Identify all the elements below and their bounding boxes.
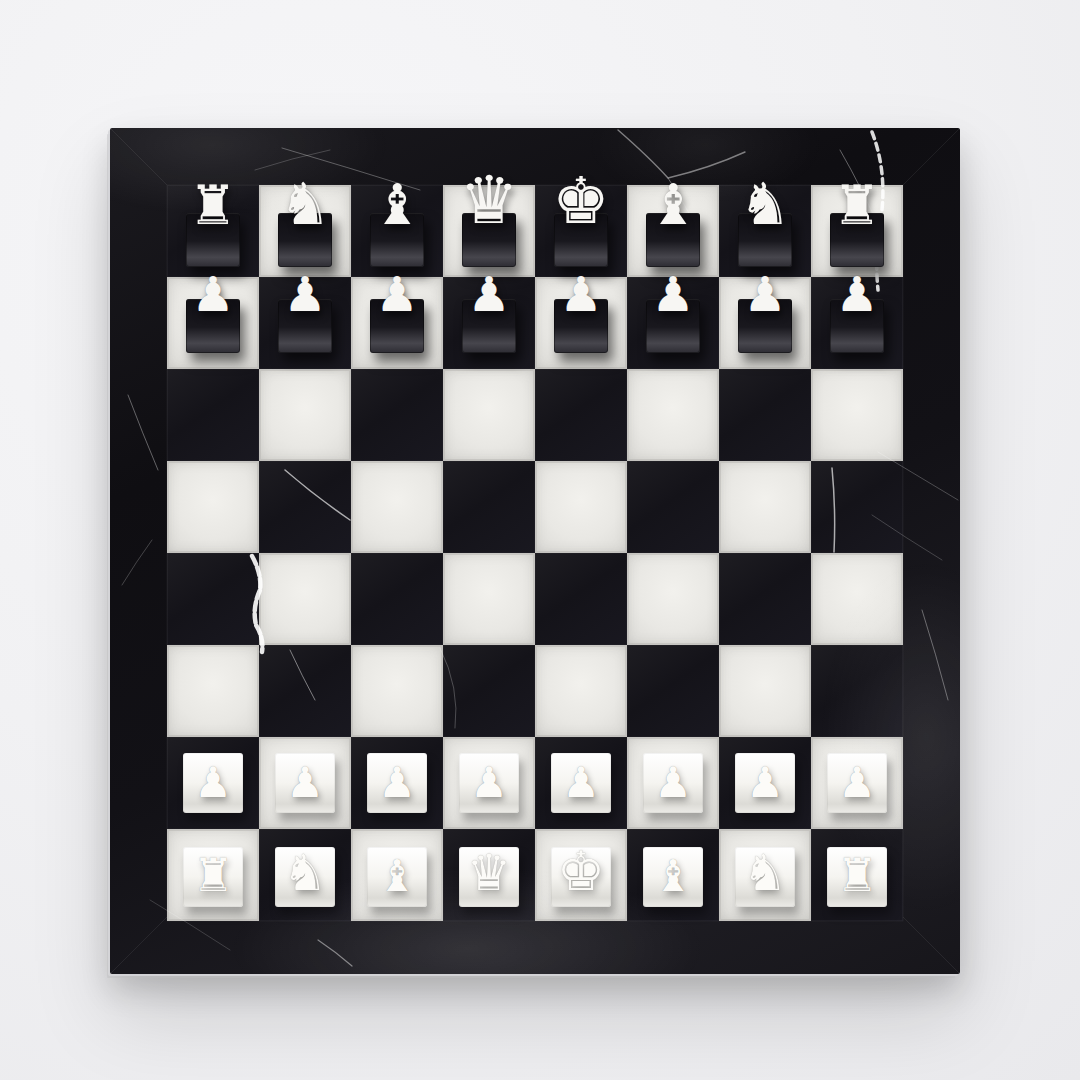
white-cube-base xyxy=(183,847,243,907)
black-cube-base xyxy=(830,213,884,267)
black-cube-base xyxy=(646,299,700,353)
piece-white-rook-a1[interactable]: ♜ xyxy=(167,829,259,921)
piece-black-bishop-c8[interactable]: ♝ xyxy=(351,185,443,277)
piece-black-pawn-b7[interactable]: ♟ xyxy=(259,277,351,369)
white-cube-base xyxy=(735,847,795,907)
white-cube-base xyxy=(643,847,703,907)
white-cube-base xyxy=(275,753,335,813)
black-cube-base xyxy=(738,213,792,267)
white-cube-base xyxy=(459,847,519,907)
piece-black-pawn-a7[interactable]: ♟ xyxy=(167,277,259,369)
white-cube-base xyxy=(827,847,887,907)
white-cube-base xyxy=(459,753,519,813)
black-cube-base xyxy=(738,299,792,353)
piece-white-queen-d1[interactable]: ♛ xyxy=(443,829,535,921)
piece-black-pawn-h7[interactable]: ♟ xyxy=(811,277,903,369)
piece-white-pawn-g2[interactable]: ♟ xyxy=(719,737,811,829)
white-cube-base xyxy=(275,847,335,907)
white-cube-base xyxy=(551,753,611,813)
piece-black-queen-d8[interactable]: ♛ xyxy=(443,185,535,277)
piece-black-knight-g8[interactable]: ♞ xyxy=(719,185,811,277)
white-cube-base xyxy=(183,753,243,813)
black-cube-base xyxy=(830,299,884,353)
pieces-layer: ♜♞♝♛♚♝♞♜♟♟♟♟♟♟♟♟♟♟♟♟♟♟♟♟♜♞♝♛♚♝♞♜ xyxy=(110,128,960,974)
white-cube-base xyxy=(367,847,427,907)
piece-black-bishop-f8[interactable]: ♝ xyxy=(627,185,719,277)
piece-white-pawn-c2[interactable]: ♟ xyxy=(351,737,443,829)
piece-white-knight-b1[interactable]: ♞ xyxy=(259,829,351,921)
piece-black-pawn-e7[interactable]: ♟ xyxy=(535,277,627,369)
black-cube-base xyxy=(462,213,516,267)
black-cube-base xyxy=(554,213,608,267)
black-cube-base xyxy=(370,299,424,353)
black-cube-base xyxy=(278,299,332,353)
white-cube-base xyxy=(827,753,887,813)
photo-background: ♜♞♝♛♚♝♞♜♟♟♟♟♟♟♟♟♟♟♟♟♟♟♟♟♜♞♝♛♚♝♞♜ xyxy=(0,0,1080,1080)
black-cube-base xyxy=(554,299,608,353)
piece-white-king-e1[interactable]: ♚ xyxy=(535,829,627,921)
black-cube-base xyxy=(278,213,332,267)
white-cube-base xyxy=(643,753,703,813)
piece-white-rook-h1[interactable]: ♜ xyxy=(811,829,903,921)
piece-white-pawn-e2[interactable]: ♟ xyxy=(535,737,627,829)
white-cube-base xyxy=(551,847,611,907)
piece-white-pawn-d2[interactable]: ♟ xyxy=(443,737,535,829)
white-cube-base xyxy=(735,753,795,813)
black-cube-base xyxy=(186,299,240,353)
piece-black-knight-b8[interactable]: ♞ xyxy=(259,185,351,277)
black-cube-base xyxy=(462,299,516,353)
black-cube-base xyxy=(186,213,240,267)
piece-white-pawn-a2[interactable]: ♟ xyxy=(167,737,259,829)
piece-white-knight-g1[interactable]: ♞ xyxy=(719,829,811,921)
piece-black-pawn-c7[interactable]: ♟ xyxy=(351,277,443,369)
chess-board: ♜♞♝♛♚♝♞♜♟♟♟♟♟♟♟♟♟♟♟♟♟♟♟♟♜♞♝♛♚♝♞♜ xyxy=(110,128,960,974)
black-cube-base xyxy=(370,213,424,267)
piece-white-bishop-f1[interactable]: ♝ xyxy=(627,829,719,921)
piece-white-pawn-f2[interactable]: ♟ xyxy=(627,737,719,829)
black-cube-base xyxy=(646,213,700,267)
piece-black-rook-h8[interactable]: ♜ xyxy=(811,185,903,277)
piece-black-king-e8[interactable]: ♚ xyxy=(535,185,627,277)
piece-black-pawn-f7[interactable]: ♟ xyxy=(627,277,719,369)
piece-white-pawn-b2[interactable]: ♟ xyxy=(259,737,351,829)
piece-white-bishop-c1[interactable]: ♝ xyxy=(351,829,443,921)
piece-black-pawn-g7[interactable]: ♟ xyxy=(719,277,811,369)
piece-black-rook-a8[interactable]: ♜ xyxy=(167,185,259,277)
piece-black-pawn-d7[interactable]: ♟ xyxy=(443,277,535,369)
white-cube-base xyxy=(367,753,427,813)
piece-white-pawn-h2[interactable]: ♟ xyxy=(811,737,903,829)
